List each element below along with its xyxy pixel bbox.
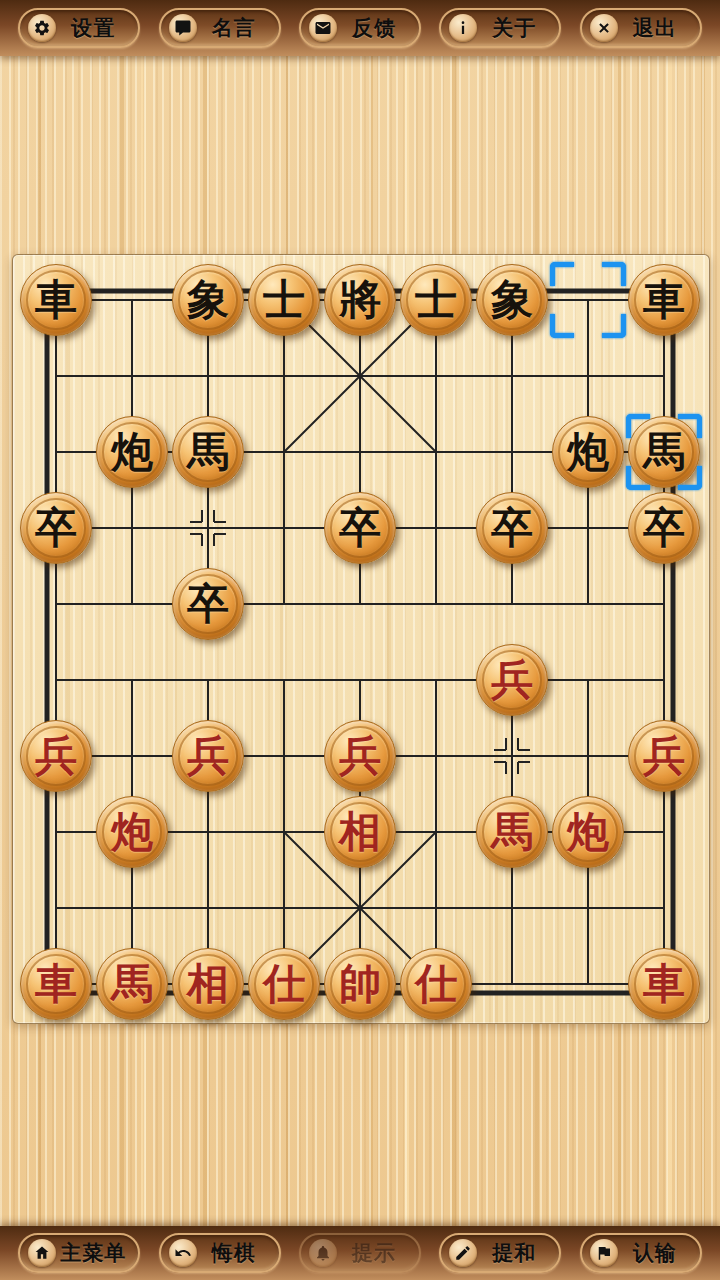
piece-character: 馬 (111, 963, 153, 1005)
piece-black[interactable]: 車 (628, 264, 700, 336)
piece-character: 相 (187, 963, 229, 1005)
quotes-label: 名言 (197, 14, 271, 42)
piece-character: 車 (35, 279, 77, 321)
xiangqi-board[interactable]: 車象士將士象車炮馬炮馬卒卒卒卒卒兵兵兵兵兵炮相馬炮車馬相仕帥仕車 (12, 254, 710, 1024)
envelope-icon (309, 14, 337, 42)
piece-character: 兵 (339, 735, 381, 777)
piece-character: 帥 (339, 963, 381, 1005)
piece-character: 卒 (643, 507, 685, 549)
hint-label: 提示 (337, 1239, 411, 1267)
piece-character: 馬 (187, 431, 229, 473)
piece-character: 士 (263, 279, 305, 321)
close-icon (590, 14, 618, 42)
top-toolbar: 设置 名言 反馈 关于 退出 (0, 0, 720, 56)
piece-red[interactable]: 相 (172, 948, 244, 1020)
piece-character: 卒 (339, 507, 381, 549)
resign-button[interactable]: 认输 (580, 1233, 702, 1273)
main-menu-label: 主菜单 (56, 1239, 130, 1267)
piece-black[interactable]: 卒 (20, 492, 92, 564)
hint-button: 提示 (299, 1233, 421, 1273)
settings-label: 设置 (56, 14, 130, 42)
piece-black[interactable]: 士 (400, 264, 472, 336)
undo-icon (169, 1239, 197, 1267)
piece-character: 卒 (491, 507, 533, 549)
piece-red[interactable]: 馬 (476, 796, 548, 868)
piece-character: 卒 (35, 507, 77, 549)
piece-character: 炮 (567, 431, 609, 473)
piece-character: 車 (643, 279, 685, 321)
piece-character: 炮 (567, 811, 609, 853)
piece-character: 炮 (111, 811, 153, 853)
piece-red[interactable]: 兵 (172, 720, 244, 792)
piece-character: 兵 (643, 735, 685, 777)
piece-character: 相 (339, 811, 381, 853)
piece-black[interactable]: 炮 (96, 416, 168, 488)
feedback-button[interactable]: 反馈 (299, 8, 421, 48)
piece-character: 馬 (643, 431, 685, 473)
piece-character: 象 (187, 279, 229, 321)
piece-black[interactable]: 士 (248, 264, 320, 336)
piece-character: 兵 (35, 735, 77, 777)
offer-draw-button[interactable]: 提和 (439, 1233, 561, 1273)
piece-character: 仕 (263, 963, 305, 1005)
gear-icon (28, 14, 56, 42)
piece-character: 車 (35, 963, 77, 1005)
piece-black[interactable]: 象 (476, 264, 548, 336)
piece-character: 兵 (187, 735, 229, 777)
piece-black[interactable]: 卒 (172, 568, 244, 640)
bottom-toolbar: 主菜单 悔棋 提示 提和 认输 (0, 1226, 720, 1280)
piece-red[interactable]: 帥 (324, 948, 396, 1020)
piece-red[interactable]: 炮 (96, 796, 168, 868)
piece-red[interactable]: 車 (20, 948, 92, 1020)
pencil-icon (449, 1239, 477, 1267)
piece-red[interactable]: 兵 (628, 720, 700, 792)
piece-black[interactable]: 卒 (324, 492, 396, 564)
piece-character: 兵 (491, 659, 533, 701)
piece-black[interactable]: 卒 (476, 492, 548, 564)
piece-character: 馬 (491, 811, 533, 853)
piece-red[interactable]: 兵 (324, 720, 396, 792)
feedback-label: 反馈 (337, 14, 411, 42)
quotes-button[interactable]: 名言 (159, 8, 281, 48)
piece-red[interactable]: 炮 (552, 796, 624, 868)
piece-black[interactable]: 車 (20, 264, 92, 336)
about-button[interactable]: 关于 (439, 8, 561, 48)
piece-red[interactable]: 相 (324, 796, 396, 868)
piece-red[interactable]: 兵 (476, 644, 548, 716)
piece-black[interactable]: 卒 (628, 492, 700, 564)
piece-character: 將 (339, 279, 381, 321)
piece-red[interactable]: 仕 (400, 948, 472, 1020)
piece-character: 車 (643, 963, 685, 1005)
piece-black[interactable]: 將 (324, 264, 396, 336)
bell-icon (309, 1239, 337, 1267)
piece-black[interactable]: 馬 (628, 416, 700, 488)
piece-character: 仕 (415, 963, 457, 1005)
piece-red[interactable]: 兵 (20, 720, 92, 792)
exit-label: 退出 (618, 14, 692, 42)
flag-icon (590, 1239, 618, 1267)
main-menu-button[interactable]: 主菜单 (18, 1233, 140, 1273)
piece-character: 炮 (111, 431, 153, 473)
home-icon (28, 1239, 56, 1267)
board-grid-lines (13, 255, 709, 1023)
piece-character: 象 (491, 279, 533, 321)
info-icon (449, 14, 477, 42)
speech-bubble-icon (169, 14, 197, 42)
settings-button[interactable]: 设置 (18, 8, 140, 48)
undo-move-button[interactable]: 悔棋 (159, 1233, 281, 1273)
offer-draw-label: 提和 (477, 1239, 551, 1267)
piece-black[interactable]: 象 (172, 264, 244, 336)
undo-move-label: 悔棋 (197, 1239, 271, 1267)
about-label: 关于 (477, 14, 551, 42)
piece-red[interactable]: 仕 (248, 948, 320, 1020)
piece-black[interactable]: 馬 (172, 416, 244, 488)
piece-character: 卒 (187, 583, 229, 625)
piece-red[interactable]: 車 (628, 948, 700, 1020)
resign-label: 认输 (618, 1239, 692, 1267)
piece-character: 士 (415, 279, 457, 321)
piece-black[interactable]: 炮 (552, 416, 624, 488)
exit-button[interactable]: 退出 (580, 8, 702, 48)
piece-red[interactable]: 馬 (96, 948, 168, 1020)
